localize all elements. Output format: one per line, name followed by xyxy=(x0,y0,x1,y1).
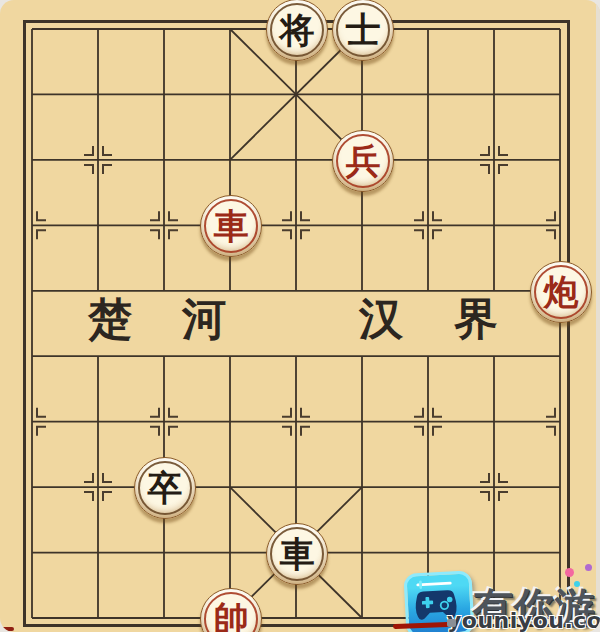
piece-black-general[interactable]: 将 xyxy=(266,0,328,61)
piece-red-soldier[interactable]: 兵 xyxy=(332,130,394,192)
piece-black-soldier[interactable]: 卒 xyxy=(134,457,196,519)
pieces-layer: 将士兵車炮卒車帥 xyxy=(0,0,600,632)
piece-black-chariot[interactable]: 車 xyxy=(266,523,328,585)
photo-edge-strip xyxy=(596,0,600,632)
piece-black-advisor[interactable]: 士 xyxy=(332,0,394,61)
xiangqi-board: 楚 河 汉 界 将士兵車炮卒車帥 有你游 youniyou.com xyxy=(0,0,600,632)
piece-red-chariot[interactable]: 車 xyxy=(200,195,262,257)
piece-red-general[interactable]: 帥 xyxy=(200,588,262,632)
piece-red-cannon[interactable]: 炮 xyxy=(530,261,592,323)
corner-red-mark xyxy=(0,627,14,631)
